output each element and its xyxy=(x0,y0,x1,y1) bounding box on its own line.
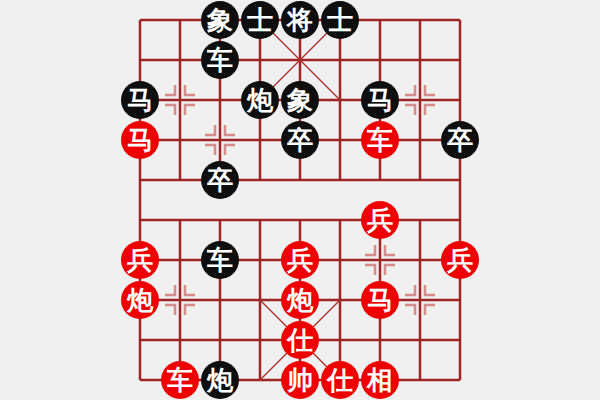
piece-red-pawn[interactable]: 兵 xyxy=(441,241,479,279)
board-point[interactable]: 象 xyxy=(200,0,240,40)
board-point[interactable]: 将 xyxy=(280,0,320,40)
board-point[interactable]: 车 xyxy=(200,240,240,280)
piece-black-horse[interactable]: 马 xyxy=(361,81,399,119)
board-point[interactable] xyxy=(440,200,480,240)
board-point[interactable] xyxy=(360,240,400,280)
board-point[interactable] xyxy=(160,240,200,280)
board-point[interactable] xyxy=(440,360,480,400)
board-point[interactable] xyxy=(200,320,240,360)
board-point[interactable] xyxy=(440,280,480,320)
board-point[interactable] xyxy=(440,320,480,360)
board-point[interactable] xyxy=(320,80,360,120)
board-point[interactable] xyxy=(240,280,280,320)
board-point[interactable]: 士 xyxy=(240,0,280,40)
board-point[interactable]: 车 xyxy=(200,40,240,80)
board-point[interactable]: 车 xyxy=(360,120,400,160)
board-point[interactable] xyxy=(400,240,440,280)
piece-red-elephant[interactable]: 相 xyxy=(361,361,399,399)
board-point[interactable] xyxy=(400,200,440,240)
board-point[interactable] xyxy=(200,120,240,160)
board-point[interactable]: 相 xyxy=(360,360,400,400)
board-point[interactable]: 马 xyxy=(120,120,160,160)
piece-red-horse[interactable]: 马 xyxy=(121,121,159,159)
board-point[interactable]: 炮 xyxy=(280,280,320,320)
board-point[interactable] xyxy=(160,160,200,200)
board-point[interactable] xyxy=(240,40,280,80)
piece-black-horse[interactable]: 马 xyxy=(121,81,159,119)
board-point[interactable] xyxy=(120,320,160,360)
board-point[interactable] xyxy=(280,40,320,80)
board-point[interactable]: 士 xyxy=(320,0,360,40)
board-point[interactable]: 车 xyxy=(160,360,200,400)
piece-red-pawn[interactable]: 兵 xyxy=(361,201,399,239)
board-point[interactable] xyxy=(320,160,360,200)
board-point[interactable] xyxy=(360,160,400,200)
piece-red-cannon[interactable]: 炮 xyxy=(121,281,159,319)
board-point[interactable] xyxy=(160,40,200,80)
board-point[interactable]: 炮 xyxy=(200,360,240,400)
board-point[interactable] xyxy=(440,40,480,80)
board-point[interactable] xyxy=(360,320,400,360)
piece-red-advisor[interactable]: 仕 xyxy=(321,361,359,399)
board-point[interactable] xyxy=(400,40,440,80)
board-point[interactable]: 炮 xyxy=(120,280,160,320)
board-point[interactable] xyxy=(400,160,440,200)
board-points: 象士将士车马炮象马马卒车卒卒兵兵车兵兵炮炮马仕车炮帅仕相 xyxy=(120,0,480,400)
board-point[interactable]: 卒 xyxy=(440,120,480,160)
board-point[interactable]: 兵 xyxy=(120,240,160,280)
piece-red-king[interactable]: 帅 xyxy=(281,361,319,399)
board-point[interactable] xyxy=(120,40,160,80)
board-point[interactable] xyxy=(400,360,440,400)
board-point[interactable]: 卒 xyxy=(200,160,240,200)
piece-black-cannon[interactable]: 炮 xyxy=(241,81,279,119)
board-point[interactable] xyxy=(320,120,360,160)
board-point[interactable] xyxy=(160,280,200,320)
piece-red-horse[interactable]: 马 xyxy=(361,281,399,319)
board-point[interactable] xyxy=(160,200,200,240)
piece-black-advisor[interactable]: 士 xyxy=(241,1,279,39)
piece-black-elephant[interactable]: 象 xyxy=(281,81,319,119)
board-point[interactable] xyxy=(320,40,360,80)
board-point[interactable] xyxy=(320,200,360,240)
piece-black-pawn[interactable]: 卒 xyxy=(201,161,239,199)
board-point[interactable]: 马 xyxy=(360,80,400,120)
board-point[interactable] xyxy=(160,80,200,120)
piece-red-chariot[interactable]: 车 xyxy=(361,121,399,159)
board-point[interactable] xyxy=(320,280,360,320)
board-point[interactable] xyxy=(400,320,440,360)
piece-black-pawn[interactable]: 卒 xyxy=(281,121,319,159)
piece-black-chariot[interactable]: 车 xyxy=(201,241,239,279)
board-point[interactable] xyxy=(240,120,280,160)
board-point[interactable]: 马 xyxy=(360,280,400,320)
piece-black-pawn[interactable]: 卒 xyxy=(441,121,479,159)
board-point[interactable] xyxy=(360,0,400,40)
piece-red-chariot[interactable]: 车 xyxy=(161,361,199,399)
board-point[interactable] xyxy=(320,240,360,280)
board-point[interactable] xyxy=(160,0,200,40)
board-point[interactable] xyxy=(440,80,480,120)
board-point[interactable] xyxy=(200,280,240,320)
board-point[interactable] xyxy=(120,160,160,200)
piece-black-elephant[interactable]: 象 xyxy=(201,1,239,39)
board-point[interactable] xyxy=(440,160,480,200)
piece-black-advisor[interactable]: 士 xyxy=(321,1,359,39)
board-point[interactable] xyxy=(200,200,240,240)
piece-red-pawn[interactable]: 兵 xyxy=(281,241,319,279)
piece-black-chariot[interactable]: 车 xyxy=(201,41,239,79)
board-point[interactable]: 兵 xyxy=(360,200,400,240)
piece-black-cannon[interactable]: 炮 xyxy=(201,361,239,399)
board-point[interactable] xyxy=(160,120,200,160)
board-point[interactable]: 象 xyxy=(280,80,320,120)
board-point[interactable] xyxy=(120,0,160,40)
board-point[interactable] xyxy=(280,160,320,200)
board-point[interactable]: 仕 xyxy=(320,360,360,400)
board-point[interactable] xyxy=(400,0,440,40)
board-point[interactable] xyxy=(400,80,440,120)
board-point[interactable]: 炮 xyxy=(240,80,280,120)
board-point[interactable] xyxy=(440,0,480,40)
board-point[interactable]: 马 xyxy=(120,80,160,120)
piece-red-advisor[interactable]: 仕 xyxy=(281,321,319,359)
piece-black-general[interactable]: 将 xyxy=(281,1,319,39)
board-point[interactable] xyxy=(120,200,160,240)
board-point[interactable] xyxy=(360,40,400,80)
board-point[interactable]: 卒 xyxy=(280,120,320,160)
board-point[interactable] xyxy=(400,120,440,160)
board-point[interactable] xyxy=(120,360,160,400)
board-point[interactable] xyxy=(200,80,240,120)
piece-red-pawn[interactable]: 兵 xyxy=(121,241,159,279)
piece-red-cannon[interactable]: 炮 xyxy=(281,281,319,319)
board-point[interactable] xyxy=(240,160,280,200)
board-point[interactable]: 帅 xyxy=(280,360,320,400)
board-point[interactable] xyxy=(240,200,280,240)
xiangqi-board: 象士将士车马炮象马马卒车卒卒兵兵车兵兵炮炮马仕车炮帅仕相 xyxy=(0,0,600,400)
board-point[interactable] xyxy=(400,280,440,320)
board-point[interactable] xyxy=(280,200,320,240)
board-point[interactable] xyxy=(240,360,280,400)
board-point[interactable] xyxy=(240,320,280,360)
board-point[interactable] xyxy=(320,320,360,360)
board-point[interactable]: 兵 xyxy=(440,240,480,280)
board-point[interactable] xyxy=(160,320,200,360)
board-point[interactable] xyxy=(240,240,280,280)
board-point[interactable]: 仕 xyxy=(280,320,320,360)
board-point[interactable]: 兵 xyxy=(280,240,320,280)
